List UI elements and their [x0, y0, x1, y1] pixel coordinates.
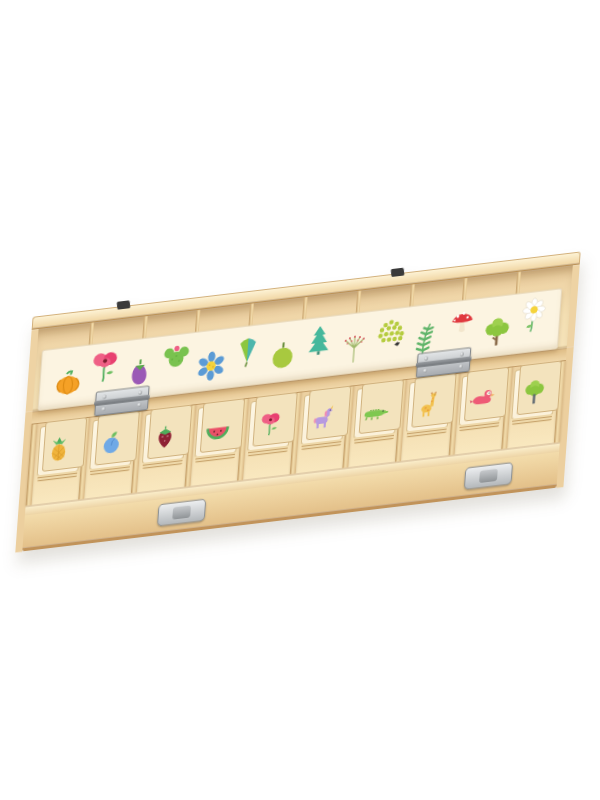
pineapple-icon — [44, 434, 73, 465]
tile-tree — [512, 365, 557, 420]
strip-motif — [51, 365, 86, 402]
dotted-bush-icon — [371, 312, 409, 353]
screw — [102, 395, 106, 400]
tile-plum — [89, 415, 134, 470]
strip-motif — [194, 348, 229, 385]
latch-hook — [391, 268, 405, 278]
screw — [460, 352, 464, 357]
screw — [138, 390, 142, 395]
watermelon-icon — [203, 415, 232, 446]
strip-motif — [337, 331, 372, 368]
pine-tree-icon — [302, 321, 336, 357]
compartment-crocodile — [349, 381, 402, 468]
mushroom-icon — [445, 304, 479, 340]
tile-poppy-flower — [248, 397, 293, 452]
tile-unicorn — [300, 390, 345, 445]
green-apple-icon — [263, 334, 303, 376]
unicorn-icon — [309, 402, 338, 433]
strawberry-icon — [150, 421, 179, 452]
latch-hook — [117, 300, 131, 310]
bird-icon — [467, 383, 496, 414]
tile-watermelon — [195, 403, 240, 458]
metal-clasp — [464, 462, 513, 490]
poppy-flower-icon — [86, 346, 124, 387]
strip-motif — [159, 338, 193, 374]
tile-pineapple — [36, 422, 81, 477]
strip-motif — [514, 295, 552, 336]
cactus-icon — [159, 338, 193, 374]
screw — [137, 403, 141, 408]
pumpkin-icon — [51, 365, 86, 402]
strip-motif — [228, 329, 266, 370]
compartment-plum — [84, 412, 137, 499]
daisy-icon — [514, 295, 552, 336]
ginkgo-leaf-icon — [228, 329, 266, 370]
screw — [424, 356, 428, 361]
strip-motif — [86, 346, 124, 387]
compartment-tree — [507, 362, 560, 449]
leafy-tree-icon — [480, 314, 515, 351]
strip-motif — [263, 334, 303, 376]
metal-clasp — [157, 499, 206, 527]
strip-motif — [445, 304, 479, 340]
screw — [423, 368, 427, 373]
screw — [101, 407, 105, 412]
screw — [459, 364, 463, 369]
compartment-unicorn — [296, 387, 349, 474]
product-photo — [0, 0, 600, 800]
crocodile-icon — [361, 396, 390, 427]
compartment-poppy-flower — [243, 393, 296, 480]
plum-icon — [97, 428, 126, 459]
blue-flower-icon — [194, 348, 229, 385]
strip-motif — [480, 314, 515, 351]
giraffe-icon — [414, 390, 443, 421]
compartment-bird — [454, 368, 507, 455]
poppy-flower-icon — [256, 409, 285, 440]
tile-crocodile — [353, 384, 398, 439]
strip-motif — [302, 321, 336, 357]
compartment-pineapple — [32, 418, 85, 505]
compartment-strawberry — [137, 406, 190, 493]
tile-strawberry — [142, 409, 187, 464]
compartment-watermelon — [190, 400, 243, 487]
strip-motif — [371, 312, 409, 353]
umbel-flower-icon — [337, 331, 372, 368]
tree-icon — [520, 377, 549, 408]
wooden-game-box — [15, 251, 580, 552]
tile-bird — [459, 371, 504, 426]
compartment-giraffe — [401, 374, 454, 461]
tile-giraffe — [406, 378, 451, 433]
